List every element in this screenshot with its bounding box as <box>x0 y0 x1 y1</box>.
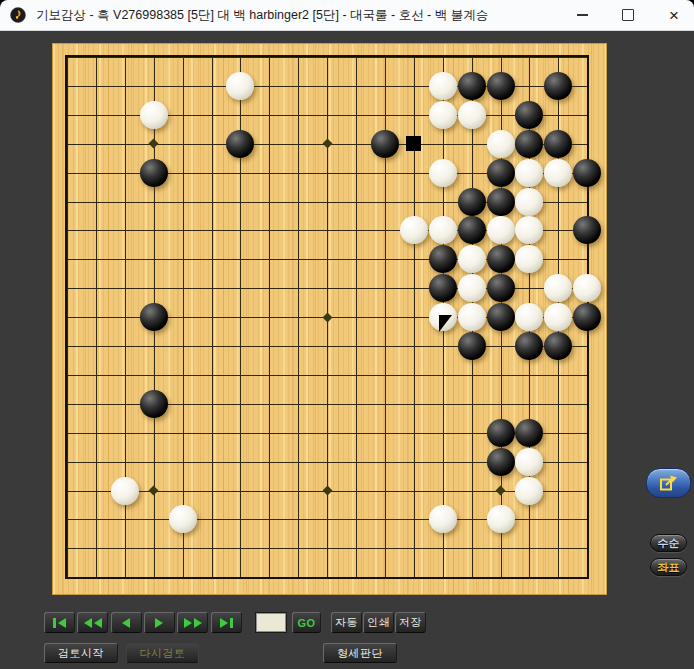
white-stone <box>458 274 486 302</box>
window-title: 기보감상 - 흑 V276998385 [5단] 대 백 harbinger2 … <box>36 0 488 30</box>
nav-fast-backward-button[interactable] <box>77 612 108 633</box>
black-stone <box>544 130 572 158</box>
black-stone <box>429 274 457 302</box>
white-stone <box>515 159 543 187</box>
review-again-button[interactable]: 다시검토 <box>126 643 199 663</box>
white-stone <box>487 505 515 533</box>
print-button[interactable]: 인쇄 <box>363 612 394 633</box>
fast-forward-icon <box>194 618 202 628</box>
black-stone <box>487 159 515 187</box>
black-stone <box>573 159 601 187</box>
backward-icon <box>122 618 130 628</box>
export-button[interactable] <box>646 468 691 498</box>
nav-first-button[interactable] <box>44 612 75 633</box>
nav-forward-button[interactable] <box>144 612 175 633</box>
coords-button[interactable]: 좌표 <box>650 558 687 576</box>
go-stone-flame-icon <box>10 7 26 23</box>
black-stone <box>515 419 543 447</box>
maximize-icon <box>622 9 634 21</box>
black-stone <box>429 245 457 273</box>
black-stone <box>458 72 486 100</box>
last-icon <box>230 618 233 628</box>
white-stone <box>111 477 139 505</box>
minimize-button[interactable] <box>562 0 602 30</box>
first-icon <box>58 618 66 628</box>
auto-button[interactable]: 자동 <box>331 612 362 633</box>
white-stone <box>429 505 457 533</box>
maximize-button[interactable] <box>608 0 648 30</box>
black-stone <box>487 245 515 273</box>
white-stone <box>515 188 543 216</box>
minimize-icon <box>577 14 588 16</box>
fast-forward-icon <box>184 618 192 628</box>
black-stone <box>371 130 399 158</box>
white-stone <box>429 159 457 187</box>
save-button[interactable]: 저장 <box>395 612 426 633</box>
black-stone <box>140 159 168 187</box>
white-stone <box>544 159 572 187</box>
close-icon: × <box>669 7 679 24</box>
black-stone <box>544 72 572 100</box>
black-stone <box>515 130 543 158</box>
black-stone <box>515 101 543 129</box>
white-stone <box>429 216 457 244</box>
black-stone <box>458 188 486 216</box>
square-marker <box>406 136 421 151</box>
nav-last-button[interactable] <box>211 612 242 633</box>
black-stone <box>487 448 515 476</box>
black-stone <box>226 130 254 158</box>
white-stone <box>458 303 486 331</box>
title-bar: 기보감상 - 흑 V276998385 [5단] 대 백 harbinger2 … <box>0 0 694 31</box>
white-stone <box>140 101 168 129</box>
position-judge-button[interactable]: 형세판단 <box>323 643 397 663</box>
black-stone <box>487 419 515 447</box>
go-board[interactable] <box>52 43 607 595</box>
go-button[interactable]: GO <box>292 612 321 633</box>
app-window: 기보감상 - 흑 V276998385 [5단] 대 백 harbinger2 … <box>0 0 694 669</box>
black-stone <box>487 188 515 216</box>
white-stone <box>515 477 543 505</box>
black-stone <box>573 303 601 331</box>
white-stone <box>573 274 601 302</box>
white-stone <box>400 216 428 244</box>
move-number-input[interactable] <box>256 613 286 632</box>
nav-backward-button[interactable] <box>111 612 142 633</box>
white-stone <box>429 72 457 100</box>
export-icon <box>659 474 679 492</box>
white-stone <box>487 216 515 244</box>
white-stone <box>458 245 486 273</box>
triangle-marker <box>439 315 452 332</box>
review-start-button[interactable]: 검토시작 <box>44 643 118 663</box>
nav-fast-forward-button[interactable] <box>177 612 208 633</box>
black-stone <box>487 303 515 331</box>
black-stone <box>487 274 515 302</box>
black-stone <box>458 332 486 360</box>
first-icon <box>53 618 56 628</box>
close-button[interactable]: × <box>654 0 694 30</box>
white-stone <box>515 448 543 476</box>
fast-backward-icon <box>84 618 92 628</box>
white-stone <box>429 101 457 129</box>
white-stone <box>458 101 486 129</box>
black-stone <box>573 216 601 244</box>
white-stone <box>169 505 197 533</box>
black-stone <box>140 303 168 331</box>
forward-icon <box>155 618 163 628</box>
last-icon <box>220 618 228 628</box>
black-stone <box>140 390 168 418</box>
black-stone <box>487 72 515 100</box>
white-stone <box>487 130 515 158</box>
black-stone <box>458 216 486 244</box>
fast-backward-icon <box>94 618 102 628</box>
sequence-button[interactable]: 수순 <box>650 534 687 552</box>
